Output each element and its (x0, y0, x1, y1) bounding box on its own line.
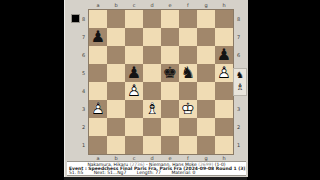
black-piece-n-f5: ♞ (179, 64, 197, 82)
square-d5 (143, 64, 161, 82)
rank-labels-left: 87654321 (80, 10, 87, 154)
square-g8 (197, 10, 215, 28)
rank-label-6: 6 (80, 46, 87, 64)
square-c2 (125, 118, 143, 136)
rank-label-1: 1 (235, 136, 242, 154)
square-e3 (161, 100, 179, 118)
square-a5 (89, 64, 107, 82)
white-piece-P-a3: ♙ (89, 100, 107, 118)
square-a1 (89, 136, 107, 154)
square-e4 (161, 82, 179, 100)
square-h6: ♟ (215, 46, 233, 64)
material-balance-display: ♞ ♗ (233, 68, 247, 96)
square-b4 (107, 82, 125, 100)
square-b8 (107, 10, 125, 28)
bottom-edge-strip (64, 177, 247, 180)
square-g7 (197, 28, 215, 46)
white-piece-P-h5: ♙ (215, 64, 233, 82)
square-g6 (197, 46, 215, 64)
file-label-e: e (161, 2, 179, 9)
square-f8 (179, 10, 197, 28)
square-c6 (125, 46, 143, 64)
square-f3: ♚♔ (179, 100, 197, 118)
square-a6 (89, 46, 107, 64)
square-e6 (161, 46, 179, 64)
rank-label-1: 1 (80, 136, 87, 154)
rank-label-7: 7 (235, 28, 242, 46)
square-f7 (179, 28, 197, 46)
square-b6 (107, 46, 125, 64)
square-f2 (179, 118, 197, 136)
square-b2 (107, 118, 125, 136)
black-to-move-indicator (71, 14, 80, 23)
material-balance: Material: 0 (171, 170, 195, 175)
square-a3: ♟♙ (89, 100, 107, 118)
square-e7 (161, 28, 179, 46)
square-f6 (179, 46, 197, 64)
file-label-b: b (107, 2, 125, 9)
square-g4 (197, 82, 215, 100)
square-a2 (89, 118, 107, 136)
square-d4 (143, 82, 161, 100)
white-piece-B-d3: ♗ (143, 100, 161, 118)
white-piece-P-c4: ♙ (125, 82, 143, 100)
white-piece-K-f3: ♔ (179, 100, 197, 118)
captured-white-bishop-icon: ♗ (234, 81, 246, 93)
square-a4 (89, 82, 107, 100)
rank-label-8: 8 (80, 10, 87, 28)
square-h2 (215, 118, 233, 136)
square-a7: ♟ (89, 28, 107, 46)
file-label-h: h (215, 2, 233, 9)
square-h3 (215, 100, 233, 118)
rank-label-3: 3 (235, 100, 242, 118)
game-info-caption: Nakamura, Hikaru (2736) - Niemann, Hans … (67, 161, 246, 176)
square-g2 (197, 118, 215, 136)
square-d8 (143, 10, 161, 28)
square-b7 (107, 28, 125, 46)
square-f1 (179, 136, 197, 154)
square-f4 (179, 82, 197, 100)
square-e5: ♚ (161, 64, 179, 82)
black-piece-k-e5: ♚ (161, 64, 179, 82)
square-c7 (125, 28, 143, 46)
square-h4 (215, 82, 233, 100)
rank-label-2: 2 (235, 118, 242, 136)
rank-label-4: 4 (80, 82, 87, 100)
square-a8 (89, 10, 107, 28)
file-labels-top: abcdefgh (89, 2, 233, 9)
captured-black-knight-icon: ♞ (234, 69, 246, 81)
next-move: Next: 51...Ng7 (94, 170, 127, 175)
square-g5 (197, 64, 215, 82)
move-status-line: 51. h5 Next: 51...Ng7 Length: 77 Materia… (67, 171, 246, 175)
file-label-f: f (179, 2, 197, 9)
square-g1 (197, 136, 215, 154)
game-length: Length: 77 (137, 170, 161, 175)
square-d2 (143, 118, 161, 136)
chess-board: ♟♟♟♚♞♟♙♟♙♟♙♝♗♚♔ (89, 10, 233, 154)
rank-label-5: 5 (80, 64, 87, 82)
square-h5: ♟♙ (215, 64, 233, 82)
square-c1 (125, 136, 143, 154)
square-g3 (197, 100, 215, 118)
black-piece-p-a7: ♟ (89, 28, 107, 46)
square-h7 (215, 28, 233, 46)
square-f5: ♞ (179, 64, 197, 82)
rank-label-3: 3 (80, 100, 87, 118)
black-piece-p-c5: ♟ (125, 64, 143, 82)
square-h8 (215, 10, 233, 28)
rank-label-2: 2 (80, 118, 87, 136)
square-b5 (107, 64, 125, 82)
file-label-c: c (125, 2, 143, 9)
file-label-d: d (143, 2, 161, 9)
rank-label-8: 8 (235, 10, 242, 28)
square-c3 (125, 100, 143, 118)
square-e1 (161, 136, 179, 154)
square-d6 (143, 46, 161, 64)
rank-label-7: 7 (80, 28, 87, 46)
file-label-a: a (89, 2, 107, 9)
rank-label-6: 6 (235, 46, 242, 64)
square-c4: ♟♙ (125, 82, 143, 100)
square-b1 (107, 136, 125, 154)
file-label-g: g (197, 2, 215, 9)
last-move: 51. h5 (69, 170, 83, 175)
square-c5: ♟ (125, 64, 143, 82)
square-e8 (161, 10, 179, 28)
black-piece-p-h6: ♟ (215, 46, 233, 64)
video-frame: abcdefgh 87654321 ♟♟♟♚♞♟♙♟♙♟♙♝♗♚♔ 876543… (0, 0, 320, 180)
square-d7 (143, 28, 161, 46)
square-d1 (143, 136, 161, 154)
chess-gui-panel: abcdefgh 87654321 ♟♟♟♚♞♟♙♟♙♟♙♝♗♚♔ 876543… (64, 0, 248, 177)
square-c8 (125, 10, 143, 28)
square-b3 (107, 100, 125, 118)
square-d3: ♝♗ (143, 100, 161, 118)
square-h1 (215, 136, 233, 154)
square-e2 (161, 118, 179, 136)
